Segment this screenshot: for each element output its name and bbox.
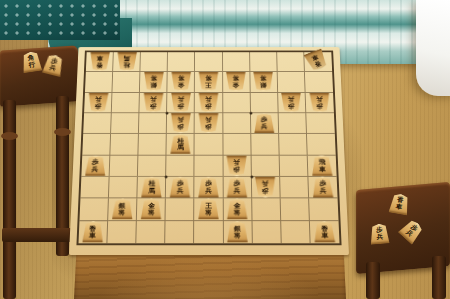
komadai-left-leg-ring (1, 132, 18, 140)
board-cell-7f[interactable] (138, 155, 167, 177)
board-cell-8h[interactable]: 銀将 (108, 199, 137, 221)
shogi-piece-gote[interactable]: 歩兵 (170, 113, 190, 133)
board-cell-4e[interactable] (223, 134, 251, 155)
board-cell-2g[interactable] (280, 177, 309, 199)
board-cell-8e[interactable] (110, 134, 139, 155)
shogi-piece-sente[interactable]: 金将 (141, 199, 162, 220)
board-cell-7h[interactable]: 金将 (137, 199, 166, 221)
shogi-piece-gote[interactable]: 香車 (89, 52, 109, 71)
board-cell-5a[interactable] (195, 52, 222, 72)
shogi-piece-sente[interactable]: 桂馬 (141, 177, 162, 198)
board-cell-4g[interactable]: 歩兵 (223, 177, 252, 199)
shogi-piece-sente[interactable]: 金将 (227, 199, 248, 220)
board-cell-2e[interactable] (279, 134, 308, 155)
komadai-left-stretcher (2, 228, 72, 242)
shogi-piece-gote[interactable]: 歩兵 (198, 113, 218, 133)
shogi-piece-gote[interactable]: 金将 (171, 72, 191, 91)
board-cell-8c[interactable] (112, 93, 140, 114)
board-cell-9d[interactable] (83, 113, 112, 134)
board-cell-6i[interactable] (165, 221, 194, 243)
shogi-piece-gote[interactable]: 歩兵 (171, 93, 191, 112)
board-cell-7d[interactable] (139, 113, 167, 134)
board-cell-9b[interactable] (85, 72, 113, 92)
board-cell-4c[interactable] (223, 93, 251, 114)
white-cloth (416, 0, 450, 96)
hoshi-point (166, 112, 169, 115)
board-cell-4i[interactable]: 銀将 (223, 221, 252, 243)
shogi-piece-sente[interactable]: 王将 (198, 199, 219, 220)
board-cell-5e[interactable] (195, 134, 223, 155)
hoshi-point (250, 175, 253, 178)
shogi-piece-sente[interactable]: 銀将 (112, 199, 133, 220)
board-cell-4a[interactable] (223, 52, 250, 72)
board-cell-3d[interactable]: 歩兵 (251, 113, 279, 134)
board-cell-2f[interactable] (279, 155, 308, 177)
board-cell-3a[interactable] (250, 52, 278, 72)
board-cell-3f[interactable] (251, 155, 280, 177)
shogi-piece-gote[interactable]: 金将 (226, 72, 246, 91)
board-cell-7g[interactable]: 桂馬 (138, 177, 167, 199)
board-cell-1h[interactable] (309, 199, 339, 221)
board-cell-7i[interactable] (136, 221, 165, 243)
board-cell-7a[interactable] (141, 52, 169, 72)
board-cell-5i[interactable] (194, 221, 223, 243)
board-cell-4d[interactable] (223, 113, 251, 134)
shogi-piece-gote[interactable]: 王将 (199, 72, 219, 91)
shogi-piece-gote[interactable]: 銀将 (143, 72, 163, 91)
shogi-photo-scene: 香車桂馬香車銀将金将王将金将銀将歩兵歩兵歩兵歩兵歩兵歩兵歩兵歩兵歩兵桂馬歩兵歩兵… (0, 0, 450, 299)
komadai-left-leg-ring (54, 128, 71, 136)
shogi-piece-sente[interactable]: 香車 (314, 221, 336, 242)
board-cell-3h[interactable] (252, 199, 281, 221)
board-cell-9a[interactable]: 香車 (86, 52, 114, 72)
board-cell-1g[interactable]: 歩兵 (308, 177, 337, 199)
board-cell-4b[interactable]: 金将 (223, 72, 251, 92)
shogi-piece-sente[interactable]: 銀将 (227, 221, 248, 242)
board-cell-6g[interactable]: 歩兵 (166, 177, 195, 199)
board-cell-6b[interactable]: 金将 (168, 72, 196, 92)
board-cell-9h[interactable] (79, 199, 109, 221)
board-cell-1a[interactable]: 香車 (304, 52, 332, 72)
shogi-piece-gote[interactable]: 銀将 (253, 72, 273, 91)
board-cell-6e[interactable]: 桂馬 (167, 134, 195, 155)
shogi-piece-gote[interactable]: 歩兵 (309, 93, 330, 112)
shogi-piece-gote[interactable]: 香車 (303, 48, 329, 72)
komadai-right-leg (432, 256, 446, 299)
board-cell-7e[interactable] (139, 134, 167, 155)
shogi-piece-sente[interactable]: 歩兵 (312, 177, 333, 198)
board-cell-9e[interactable] (82, 134, 111, 155)
board-cell-3g[interactable]: 歩兵 (252, 177, 281, 199)
hoshi-point (165, 175, 168, 178)
board-cell-6c[interactable]: 歩兵 (167, 93, 195, 114)
board-cell-3e[interactable] (251, 134, 279, 155)
shogi-piece-gote[interactable]: 歩兵 (87, 93, 108, 112)
shogi-board: 香車桂馬香車銀将金将王将金将銀将歩兵歩兵歩兵歩兵歩兵歩兵歩兵歩兵歩兵桂馬歩兵歩兵… (69, 47, 349, 255)
shogi-piece-gote[interactable]: 歩兵 (281, 93, 302, 112)
board-cell-1b[interactable] (305, 72, 333, 92)
shogi-grid: 香車桂馬香車銀将金将王将金将銀将歩兵歩兵歩兵歩兵歩兵歩兵歩兵歩兵歩兵桂馬歩兵歩兵… (76, 51, 341, 246)
shogi-piece-sente[interactable]: 香車 (82, 221, 104, 242)
board-cell-8b[interactable] (113, 72, 141, 92)
board-cell-2a[interactable] (277, 52, 305, 72)
komadai-right-leg (366, 262, 380, 299)
komadai-left-leg (3, 100, 16, 299)
board-cell-8f[interactable] (110, 155, 139, 177)
board-cell-1c[interactable]: 歩兵 (305, 93, 333, 114)
board-cell-6f[interactable] (166, 155, 194, 177)
board-cell-8d[interactable] (111, 113, 139, 134)
board-cell-7c[interactable]: 歩兵 (140, 93, 168, 114)
board-cell-5f[interactable] (195, 155, 223, 177)
board-cell-2c[interactable]: 歩兵 (278, 93, 306, 114)
shogi-piece-gote[interactable]: 歩兵 (255, 177, 276, 198)
board-cell-2i[interactable] (281, 221, 311, 243)
board-cell-8g[interactable] (109, 177, 138, 199)
board-cell-1e[interactable] (307, 134, 336, 155)
shogi-piece-sente[interactable]: 飛車 (311, 155, 332, 175)
shogi-piece-gote[interactable]: 桂馬 (117, 52, 137, 71)
board-cell-2b[interactable] (277, 72, 305, 92)
shogi-piece-sente[interactable]: 歩兵 (170, 177, 191, 198)
board-cell-3i[interactable] (252, 221, 281, 243)
shogi-piece-sente[interactable]: 歩兵 (85, 155, 106, 175)
board-cell-9c[interactable]: 歩兵 (84, 93, 112, 114)
board-cell-8a[interactable]: 桂馬 (113, 52, 141, 72)
board-cell-6h[interactable] (166, 199, 195, 221)
board-cell-6d[interactable]: 歩兵 (167, 113, 195, 134)
board-cell-4f[interactable]: 歩兵 (223, 155, 251, 177)
board-cell-4h[interactable]: 金将 (223, 199, 252, 221)
shogi-piece-gote[interactable]: 歩兵 (227, 155, 248, 175)
board-cell-8i[interactable] (107, 221, 137, 243)
shogi-piece-sente[interactable]: 歩兵 (254, 113, 274, 133)
patterned-fabric (0, 0, 120, 40)
board-cell-1i[interactable]: 香車 (310, 221, 340, 243)
board-cell-5h[interactable]: 王将 (195, 199, 224, 221)
board-cell-7b[interactable]: 銀将 (140, 72, 168, 92)
shogi-piece-sente[interactable]: 歩兵 (227, 177, 248, 198)
hoshi-point (249, 112, 252, 115)
board-cell-1d[interactable] (306, 113, 335, 134)
board-cell-9i[interactable]: 香車 (79, 221, 109, 243)
shogi-piece-sente[interactable]: 歩兵 (198, 177, 219, 198)
shogi-piece-sente[interactable]: 桂馬 (170, 134, 190, 154)
board-cell-5g[interactable]: 歩兵 (195, 177, 224, 199)
board-cell-3c[interactable] (250, 93, 278, 114)
board-cell-5d[interactable]: 歩兵 (195, 113, 223, 134)
board-cell-5b[interactable]: 王将 (195, 72, 223, 92)
board-cell-3b[interactable]: 銀将 (250, 72, 278, 92)
board-cell-2h[interactable] (280, 199, 309, 221)
board-cell-9f[interactable]: 歩兵 (81, 155, 110, 177)
board-cell-9g[interactable] (80, 177, 109, 199)
board-cell-2d[interactable] (278, 113, 306, 134)
shogi-piece-gote[interactable]: 歩兵 (143, 93, 163, 112)
board-cell-1f[interactable]: 飛車 (308, 155, 337, 177)
shogi-piece-gote[interactable]: 歩兵 (198, 93, 218, 112)
board-cell-6a[interactable] (168, 52, 195, 72)
board-cell-5c[interactable]: 歩兵 (195, 93, 223, 114)
